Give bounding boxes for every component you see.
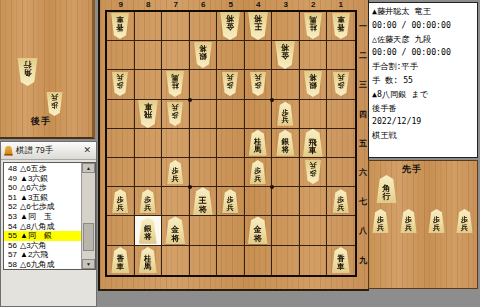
piece-kanji: 兵 — [309, 162, 316, 169]
square-4-5[interactable]: 桂馬 — [245, 129, 273, 158]
square-9-6[interactable] — [107, 158, 135, 187]
piece-kanji: 香 — [337, 23, 345, 31]
file-label-9: 9 — [107, 0, 135, 10]
file-label-3: 3 — [272, 0, 300, 10]
square-3-4[interactable]: 歩兵 — [272, 100, 300, 129]
square-5-2[interactable] — [217, 41, 245, 70]
square-1-9[interactable]: 香車 — [327, 246, 355, 275]
square-2-8[interactable] — [300, 216, 328, 245]
move-number: 52 — [4, 202, 17, 212]
piece-銀将-6-2[interactable]: 銀将 — [193, 42, 212, 68]
star-point-3 — [188, 185, 192, 189]
piece-歩兵-5-3[interactable]: 歩兵 — [222, 72, 239, 96]
piece-kanji: 歩 — [309, 169, 316, 176]
square-7-6[interactable]: 歩兵 — [162, 158, 190, 187]
piece-kanji: 行 — [24, 60, 32, 69]
piece-kanji: 兵 — [51, 94, 58, 101]
square-4-7[interactable] — [245, 187, 273, 216]
square-6-4[interactable] — [190, 100, 218, 129]
piece-kanji: 歩 — [337, 82, 344, 89]
info-line-10: 棋王戦 — [372, 129, 474, 143]
kifu-piece-icon — [4, 146, 13, 156]
hand-piece-gote-歩兵-1[interactable]: 歩兵 — [46, 92, 63, 116]
piece-香車-9-1[interactable]: 香車 — [111, 13, 130, 39]
move-number: 50 — [4, 183, 17, 193]
piece-kanji: 歩 — [254, 82, 261, 89]
info-line-9: 2022/12/19 — [372, 115, 474, 129]
piece-kanji: 兵 — [172, 104, 179, 111]
piece-歩兵-2-6[interactable]: 歩兵 — [304, 160, 321, 184]
kifu-titlebar: 棋譜 79手 ✕ — [1, 142, 96, 160]
piece-kanji: 兵 — [117, 204, 124, 211]
square-5-3[interactable]: 歩兵 — [217, 70, 245, 99]
move-number: 56 — [4, 241, 17, 251]
piece-歩兵-3-4[interactable]: 歩兵 — [277, 102, 294, 126]
kifu-move-53[interactable]: 53▲同 玉 — [4, 212, 81, 222]
hand-piece-sente-歩兵-2[interactable]: 歩兵 — [400, 209, 417, 233]
square-1-4[interactable] — [327, 100, 355, 129]
square-5-8[interactable] — [217, 216, 245, 245]
piece-kanji: 馬 — [309, 15, 317, 23]
piece-歩兵-5-7[interactable]: 歩兵 — [222, 189, 239, 213]
square-1-8[interactable] — [327, 216, 355, 245]
piece-飛車-2-5[interactable]: 飛車 — [302, 129, 323, 157]
file-label-1: 1 — [327, 0, 355, 10]
square-6-3[interactable] — [190, 70, 218, 99]
square-1-2[interactable] — [327, 41, 355, 70]
square-5-6[interactable] — [217, 158, 245, 187]
piece-kanji: 行 — [383, 192, 391, 201]
shogi-board-panel: 987654321 香車金将王将桂馬香車銀将金将歩兵桂馬歩兵歩兵銀将歩兵飛車歩兵… — [98, 0, 369, 291]
piece-kanji: 兵 — [227, 204, 234, 211]
hand-piece-gote-角行-0[interactable]: 角行 — [17, 58, 38, 86]
move-number: 58 — [4, 260, 17, 269]
square-8-8[interactable]: 銀将 — [135, 216, 163, 245]
square-6-5[interactable] — [190, 129, 218, 158]
square-2-9[interactable] — [300, 246, 328, 275]
file-label-4: 4 — [245, 0, 273, 10]
square-5-5[interactable] — [217, 129, 245, 158]
piece-kanji: 桂 — [172, 81, 180, 89]
kifu-move-49[interactable]: 49▲3六銀 — [4, 174, 81, 184]
piece-歩兵-7-4[interactable]: 歩兵 — [167, 102, 184, 126]
move-number: 54 — [4, 222, 17, 232]
kifu-rows: 48△6五歩49▲3六銀50△6六歩51▲3五銀52△6七歩成53▲同 玉54△… — [4, 163, 81, 269]
scrollbar-thumb[interactable] — [83, 223, 94, 251]
move-text: △6九角成 — [20, 260, 55, 269]
move-text: ▲同 銀 — [20, 231, 52, 241]
piece-香車-1-9[interactable]: 香車 — [331, 247, 350, 273]
star-point-1 — [188, 98, 192, 102]
square-9-5[interactable] — [107, 129, 135, 158]
piece-歩兵-7-6[interactable]: 歩兵 — [167, 160, 184, 184]
file-label-5: 5 — [217, 0, 245, 10]
square-3-5[interactable]: 銀将 — [272, 129, 300, 158]
piece-kanji: 兵 — [172, 175, 179, 182]
kifu-move-55[interactable]: 55▲同 銀 — [4, 231, 81, 241]
square-3-1[interactable] — [272, 12, 300, 41]
square-9-8[interactable] — [107, 216, 135, 245]
info-line-3: △佐藤天彦 九段 — [372, 33, 474, 47]
piece-金将-5-1[interactable]: 金将 — [220, 12, 241, 40]
piece-桂馬-2-1[interactable]: 桂馬 — [303, 13, 322, 39]
move-number: 53 — [4, 212, 17, 222]
piece-kanji: 兵 — [254, 74, 261, 81]
sente-captured-tray: 先手 角行歩兵歩兵歩兵歩兵 — [368, 160, 478, 289]
square-4-1[interactable]: 王将 — [245, 12, 273, 41]
square-3-2[interactable]: 金将 — [272, 41, 300, 70]
square-3-8[interactable] — [272, 216, 300, 245]
kifu-move-52[interactable]: 52△6七歩成 — [4, 202, 81, 212]
hand-piece-sente-歩兵-4[interactable]: 歩兵 — [456, 209, 473, 233]
kifu-scrollbar[interactable]: ▲ ▼ — [81, 163, 95, 269]
file-label-8: 8 — [135, 0, 163, 10]
piece-kanji: 兵 — [117, 74, 124, 81]
board-grid: 香車金将王将桂馬香車銀将金将歩兵桂馬歩兵歩兵銀将歩兵飛車歩兵歩兵桂馬銀将飛車歩兵… — [105, 10, 357, 277]
kifu-move-54[interactable]: 54△8八角成 — [4, 222, 81, 232]
square-8-2[interactable] — [135, 41, 163, 70]
square-2-5[interactable]: 飛車 — [300, 129, 328, 158]
square-1-6[interactable] — [327, 158, 355, 187]
kifu-window: 棋譜 79手 ✕ 48△6五歩49▲3六銀50△6六歩51▲3五銀52△6七歩成… — [0, 141, 97, 307]
piece-歩兵-9-3[interactable]: 歩兵 — [112, 72, 129, 96]
square-8-5[interactable] — [135, 129, 163, 158]
piece-kanji: 兵 — [337, 204, 344, 211]
square-1-1[interactable]: 香車 — [327, 12, 355, 41]
piece-kanji: 歩 — [117, 82, 124, 89]
square-3-9[interactable] — [272, 246, 300, 275]
kifu-move-58[interactable]: 58△6九角成 — [4, 260, 81, 269]
sente-tray-label: 先手 — [402, 163, 422, 176]
piece-kanji: 将 — [254, 14, 262, 23]
piece-銀将-2-3[interactable]: 銀将 — [303, 71, 322, 97]
piece-kanji: 金 — [281, 52, 289, 61]
piece-kanji: 車 — [144, 102, 152, 111]
square-2-3[interactable]: 銀将 — [300, 70, 328, 99]
kifu-move-48[interactable]: 48△6五歩 — [4, 164, 81, 174]
scroll-up-arrow-icon[interactable]: ▲ — [82, 163, 95, 173]
square-2-6[interactable]: 歩兵 — [300, 158, 328, 187]
piece-歩兵-1-3[interactable]: 歩兵 — [332, 72, 349, 96]
piece-kanji: 兵 — [337, 74, 344, 81]
move-text: ▲3五銀 — [20, 193, 48, 203]
piece-飛車-8-4[interactable]: 飛車 — [137, 100, 158, 128]
piece-kanji: 歩 — [227, 82, 234, 89]
file-labels: 987654321 — [107, 0, 355, 10]
square-2-7[interactable] — [300, 187, 328, 216]
move-number: 57 — [4, 250, 17, 260]
square-5-1[interactable]: 金将 — [217, 12, 245, 41]
piece-kanji: 馬 — [144, 263, 152, 271]
square-9-2[interactable] — [107, 41, 135, 70]
gote-captured-tray: 後手 角行歩兵 — [0, 0, 95, 139]
piece-kanji: 将 — [281, 43, 289, 52]
square-8-7[interactable]: 歩兵 — [135, 187, 163, 216]
square-4-2[interactable] — [245, 41, 273, 70]
square-1-5[interactable] — [327, 129, 355, 158]
square-7-5[interactable] — [162, 129, 190, 158]
square-2-4[interactable] — [300, 100, 328, 129]
square-7-1[interactable] — [162, 12, 190, 41]
kifu-move-56[interactable]: 56△3六角 — [4, 241, 81, 251]
piece-kanji: 兵 — [144, 204, 151, 211]
square-2-1[interactable]: 桂馬 — [300, 12, 328, 41]
square-5-4[interactable] — [217, 100, 245, 129]
move-number: 49 — [4, 174, 17, 184]
piece-金将-7-8[interactable]: 金将 — [165, 216, 186, 244]
piece-kanji: 将 — [226, 14, 234, 23]
square-2-2[interactable] — [300, 41, 328, 70]
piece-kanji: 車 — [337, 15, 345, 23]
piece-歩兵-4-3[interactable]: 歩兵 — [249, 72, 266, 96]
hand-piece-sente-角行-0[interactable]: 角行 — [376, 175, 397, 203]
square-9-9[interactable]: 香車 — [107, 246, 135, 275]
piece-kanji: 車 — [309, 146, 317, 155]
square-6-2[interactable]: 銀将 — [190, 41, 218, 70]
piece-kanji: 歩 — [172, 111, 179, 118]
square-6-1[interactable] — [190, 12, 218, 41]
square-9-3[interactable]: 歩兵 — [107, 70, 135, 99]
square-4-4[interactable] — [245, 100, 273, 129]
piece-桂馬-8-9[interactable]: 桂馬 — [138, 247, 157, 273]
square-8-6[interactable] — [135, 158, 163, 187]
square-4-9[interactable] — [245, 246, 273, 275]
piece-kanji: 兵 — [405, 224, 412, 231]
gote-tray-label: 後手 — [31, 115, 51, 128]
piece-香車-9-9[interactable]: 香車 — [111, 247, 130, 273]
square-7-9[interactable] — [162, 246, 190, 275]
piece-金将-4-8[interactable]: 金将 — [247, 216, 268, 244]
piece-kanji: 兵 — [461, 224, 468, 231]
piece-kanji: 兵 — [282, 116, 289, 123]
piece-銀将-3-5[interactable]: 銀将 — [276, 130, 295, 156]
square-4-8[interactable]: 金将 — [245, 216, 273, 245]
piece-kanji: 車 — [117, 263, 125, 271]
square-1-7[interactable]: 歩兵 — [327, 187, 355, 216]
square-4-6[interactable]: 歩兵 — [245, 158, 273, 187]
square-7-7[interactable] — [162, 187, 190, 216]
info-line-4: 00:00 / 00:00:00 — [372, 46, 474, 60]
move-text: ▲3六銀 — [20, 174, 48, 184]
square-9-1[interactable]: 香車 — [107, 12, 135, 41]
piece-金将-3-2[interactable]: 金将 — [275, 41, 296, 69]
square-7-4[interactable]: 歩兵 — [162, 100, 190, 129]
piece-kanji: 車 — [117, 15, 125, 23]
move-text: △6五歩 — [20, 164, 47, 174]
move-text: △3六角 — [20, 241, 47, 251]
info-line-2: 00:00 / 00:00:00 — [372, 19, 474, 33]
info-line-6: 手 数: 55 — [372, 74, 474, 88]
piece-kanji: 兵 — [433, 224, 440, 231]
piece-王将-6-7[interactable]: 王将 — [192, 187, 213, 215]
piece-kanji: 将 — [199, 205, 207, 214]
piece-kanji: 将 — [254, 234, 262, 243]
piece-kanji: 将 — [171, 234, 179, 243]
square-7-8[interactable]: 金将 — [162, 216, 190, 245]
info-line-5: 手合割:平手 — [372, 60, 474, 74]
info-line-1: ▲藤井聡太 竜王 — [372, 5, 474, 19]
move-text: △6七歩成 — [20, 202, 55, 212]
piece-歩兵-9-7[interactable]: 歩兵 — [112, 189, 129, 213]
piece-銀将-8-8[interactable]: 銀将 — [138, 217, 157, 243]
move-text: △8八角成 — [20, 222, 55, 232]
piece-桂馬-7-3[interactable]: 桂馬 — [166, 71, 185, 97]
piece-kanji: 馬 — [172, 73, 180, 81]
move-text: ▲同 玉 — [20, 212, 52, 222]
piece-kanji: 銀 — [199, 52, 207, 60]
piece-kanji: 馬 — [254, 146, 262, 154]
piece-kanji: 将 — [282, 146, 290, 154]
square-3-6[interactable] — [272, 158, 300, 187]
piece-kanji: 王 — [254, 23, 262, 32]
piece-kanji: 角 — [24, 69, 32, 78]
square-5-7[interactable]: 歩兵 — [217, 187, 245, 216]
square-5-9[interactable] — [217, 246, 245, 275]
piece-kanji: 歩 — [51, 101, 58, 108]
square-6-9[interactable] — [190, 246, 218, 275]
piece-kanji: 兵 — [377, 224, 384, 231]
game-info-panel: ▲藤井聡太 竜王00:00 / 00:00:00△佐藤天彦 九段00:00 / … — [368, 2, 478, 158]
hand-piece-sente-歩兵-1[interactable]: 歩兵 — [372, 209, 389, 233]
piece-歩兵-1-7[interactable]: 歩兵 — [332, 189, 349, 213]
square-6-6[interactable] — [190, 158, 218, 187]
square-4-3[interactable]: 歩兵 — [245, 70, 273, 99]
square-9-4[interactable] — [107, 100, 135, 129]
piece-kanji: 金 — [226, 23, 234, 32]
piece-歩兵-4-6[interactable]: 歩兵 — [249, 160, 266, 184]
shogi-app: 後手 角行歩兵 棋譜 79手 ✕ 48△6五歩49▲3六銀50△6六歩51▲3五… — [0, 0, 480, 307]
square-7-2[interactable] — [162, 41, 190, 70]
square-8-3[interactable] — [135, 70, 163, 99]
file-label-6: 6 — [190, 0, 218, 10]
square-3-3[interactable] — [272, 70, 300, 99]
star-point-2 — [270, 98, 274, 102]
square-1-3[interactable]: 歩兵 — [327, 70, 355, 99]
info-line-7: ▲8八同銀 まで — [372, 88, 474, 102]
move-number: 48 — [4, 164, 17, 174]
move-text: △6六歩 — [20, 183, 47, 193]
piece-王将-4-1[interactable]: 王将 — [247, 12, 268, 40]
piece-kanji: 兵 — [254, 175, 261, 182]
piece-kanji: 将 — [144, 233, 152, 241]
piece-kanji: 銀 — [309, 81, 317, 89]
square-6-8[interactable] — [190, 216, 218, 245]
kifu-move-57[interactable]: 57▲2六飛 — [4, 250, 81, 260]
piece-kanji: 車 — [337, 263, 345, 271]
kifu-move-list: 48△6五歩49▲3六銀50△6六歩51▲3五銀52△6七歩成53▲同 玉54△… — [3, 162, 96, 270]
piece-桂馬-4-5[interactable]: 桂馬 — [248, 130, 267, 156]
move-text: ▲2六飛 — [20, 250, 48, 260]
piece-kanji: 将 — [199, 44, 207, 52]
square-7-3[interactable]: 桂馬 — [162, 70, 190, 99]
square-8-9[interactable]: 桂馬 — [135, 246, 163, 275]
square-8-1[interactable] — [135, 12, 163, 41]
move-number: 55 — [4, 231, 17, 241]
info-line-8: 後手番 — [372, 102, 474, 116]
square-9-7[interactable]: 歩兵 — [107, 187, 135, 216]
piece-歩兵-8-7[interactable]: 歩兵 — [139, 189, 156, 213]
kifu-title: 棋譜 79手 — [16, 145, 53, 157]
kifu-move-51[interactable]: 51▲3五銀 — [4, 193, 81, 203]
kifu-move-50[interactable]: 50△6六歩 — [4, 183, 81, 193]
piece-kanji: 香 — [117, 23, 125, 31]
close-icon[interactable]: ✕ — [81, 145, 93, 156]
square-3-7[interactable] — [272, 187, 300, 216]
square-8-4[interactable]: 飛車 — [135, 100, 163, 129]
file-label-7: 7 — [162, 0, 190, 10]
move-number: 51 — [4, 193, 17, 203]
hand-piece-sente-歩兵-3[interactable]: 歩兵 — [428, 209, 445, 233]
scroll-down-arrow-icon[interactable]: ▼ — [82, 259, 95, 269]
piece-香車-1-1[interactable]: 香車 — [331, 13, 350, 39]
piece-kanji: 将 — [309, 73, 317, 81]
square-6-7[interactable]: 王将 — [190, 187, 218, 216]
piece-kanji: 兵 — [227, 74, 234, 81]
file-label-2: 2 — [300, 0, 328, 10]
piece-kanji: 桂 — [309, 23, 317, 31]
